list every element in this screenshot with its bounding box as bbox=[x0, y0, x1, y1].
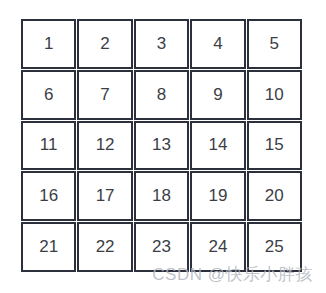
grid-cell-r2c4: 9 bbox=[190, 70, 245, 120]
grid-cell-r2c2: 7 bbox=[77, 70, 132, 120]
grid-cell-r1c1: 1 bbox=[21, 19, 76, 69]
number-grid: 1234567891011121314151617181920212223242… bbox=[21, 19, 302, 272]
grid-cell-r1c4: 4 bbox=[190, 19, 245, 69]
grid-cell-r5c1: 21 bbox=[21, 222, 76, 272]
grid-cell-r3c4: 14 bbox=[190, 121, 245, 171]
grid-cell-r4c1: 16 bbox=[21, 171, 76, 221]
grid-cell-r3c3: 13 bbox=[134, 121, 189, 171]
grid-cell-r1c2: 2 bbox=[77, 19, 132, 69]
grid-cell-r2c1: 6 bbox=[21, 70, 76, 120]
grid-cell-r5c3: 23 bbox=[134, 222, 189, 272]
grid-cell-r1c3: 3 bbox=[134, 19, 189, 69]
grid-cell-r3c1: 11 bbox=[21, 121, 76, 171]
page-canvas: 1234567891011121314151617181920212223242… bbox=[0, 0, 326, 293]
grid-cell-r5c2: 22 bbox=[77, 222, 132, 272]
grid-cell-r2c3: 8 bbox=[134, 70, 189, 120]
grid-cell-r2c5: 10 bbox=[247, 70, 302, 120]
grid-cell-r3c5: 15 bbox=[247, 121, 302, 171]
grid-cell-r3c2: 12 bbox=[77, 121, 132, 171]
grid-cell-r5c5: 25 bbox=[247, 222, 302, 272]
grid-cell-r1c5: 5 bbox=[247, 19, 302, 69]
grid-cell-r4c5: 20 bbox=[247, 171, 302, 221]
grid-cell-r5c4: 24 bbox=[190, 222, 245, 272]
grid-cell-r4c3: 18 bbox=[134, 171, 189, 221]
grid-cell-r4c2: 17 bbox=[77, 171, 132, 221]
grid-cell-r4c4: 19 bbox=[190, 171, 245, 221]
